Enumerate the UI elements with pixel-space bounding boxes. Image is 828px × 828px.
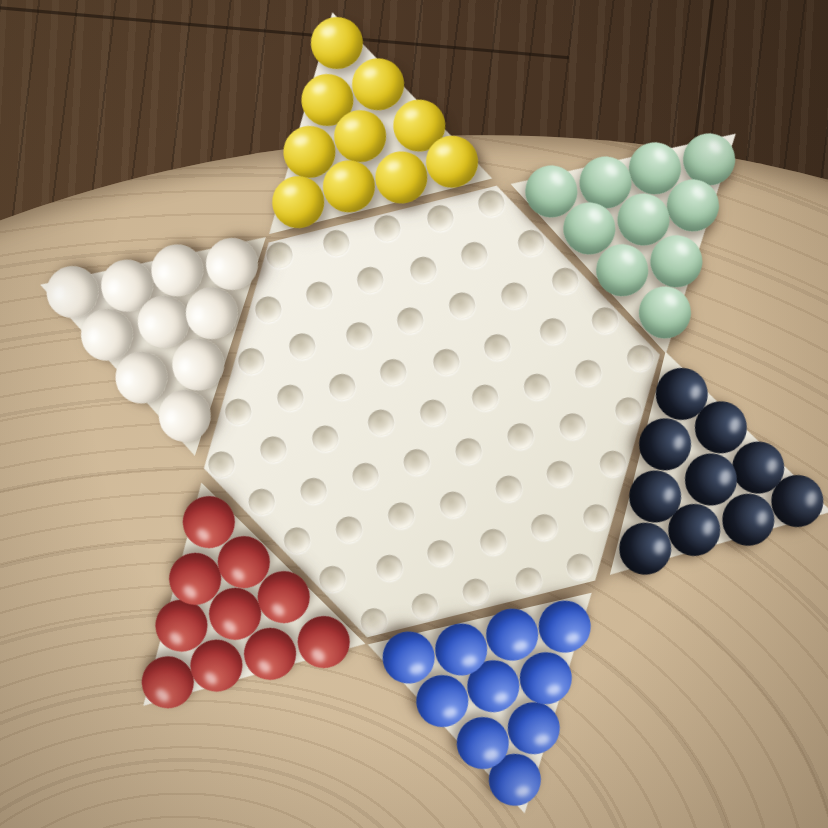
- board-hole-empty[interactable]: [298, 475, 330, 507]
- board-hole-empty[interactable]: [343, 319, 375, 351]
- board-hole-empty[interactable]: [252, 294, 284, 326]
- board-hole-empty[interactable]: [409, 590, 441, 622]
- board-hole-empty[interactable]: [317, 563, 349, 595]
- board-hole-empty[interactable]: [437, 489, 469, 521]
- board-hole-empty[interactable]: [564, 551, 596, 583]
- board-hole-empty[interactable]: [401, 446, 433, 478]
- board-hole-empty[interactable]: [287, 331, 319, 363]
- board-hole-empty[interactable]: [482, 331, 514, 363]
- board-hole-empty[interactable]: [446, 290, 478, 322]
- board-hole-empty[interactable]: [372, 213, 404, 245]
- board-hole-empty[interactable]: [281, 525, 313, 557]
- board-hole-empty[interactable]: [581, 501, 613, 533]
- board-hole-empty[interactable]: [498, 279, 530, 311]
- board-hole-empty[interactable]: [589, 305, 621, 337]
- board-hole-empty[interactable]: [424, 202, 456, 234]
- board-hole-empty[interactable]: [326, 371, 358, 403]
- board-hole-empty[interactable]: [537, 315, 569, 347]
- board-hole-empty[interactable]: [223, 396, 255, 428]
- board-hole-empty[interactable]: [320, 227, 352, 259]
- board-hole-empty[interactable]: [385, 499, 417, 531]
- board-hole-empty[interactable]: [550, 265, 582, 297]
- board-hole-empty[interactable]: [460, 576, 492, 608]
- board-photo: [0, 0, 828, 828]
- board-hole-empty[interactable]: [257, 433, 289, 465]
- board-hole-empty[interactable]: [521, 371, 553, 403]
- board-hole-empty[interactable]: [515, 228, 547, 260]
- board-hole-empty[interactable]: [274, 382, 306, 414]
- board-hole-empty[interactable]: [469, 382, 501, 414]
- board-hole-empty[interactable]: [573, 357, 605, 389]
- board-hole-empty[interactable]: [453, 435, 485, 467]
- board-hole-empty[interactable]: [407, 254, 439, 286]
- board-hole-empty[interactable]: [373, 552, 405, 584]
- board-hole-empty[interactable]: [505, 421, 537, 453]
- board-hole-empty[interactable]: [513, 565, 545, 597]
- board-hole-empty[interactable]: [365, 407, 397, 439]
- board-hole-empty[interactable]: [246, 486, 278, 518]
- board-hole-empty[interactable]: [235, 346, 267, 378]
- board-hole-empty[interactable]: [425, 537, 457, 569]
- board-hole-empty[interactable]: [395, 305, 427, 337]
- board-hole-empty[interactable]: [418, 397, 450, 429]
- board-hole-empty[interactable]: [477, 526, 509, 558]
- board-hole-empty[interactable]: [378, 356, 410, 388]
- board-hole-empty[interactable]: [355, 264, 387, 296]
- board-hole-empty[interactable]: [304, 279, 336, 311]
- board-hole-empty[interactable]: [349, 461, 381, 493]
- board-hole-empty[interactable]: [493, 473, 525, 505]
- board-hole-empty[interactable]: [206, 448, 238, 480]
- board-hole-empty[interactable]: [544, 458, 576, 490]
- board-hole-empty[interactable]: [358, 605, 390, 637]
- board-hole-empty[interactable]: [310, 423, 342, 455]
- board-hole-empty[interactable]: [459, 239, 491, 271]
- board-hole-empty[interactable]: [475, 187, 507, 219]
- board-hole-empty[interactable]: [557, 410, 589, 442]
- board-hole-empty[interactable]: [612, 394, 644, 426]
- board-hole-empty[interactable]: [430, 346, 462, 378]
- board-hole-empty[interactable]: [597, 448, 629, 480]
- board-hole-empty[interactable]: [334, 514, 366, 546]
- board-hole-empty[interactable]: [529, 512, 561, 544]
- board-hole-empty[interactable]: [264, 239, 296, 271]
- board-hole-empty[interactable]: [624, 342, 656, 374]
